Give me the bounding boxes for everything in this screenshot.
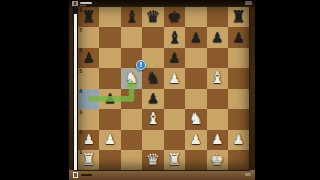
square-e7[interactable]: ♝ — [164, 27, 185, 47]
square-f3[interactable]: ♞ — [185, 109, 206, 129]
move-annotation-badge: ! — [136, 60, 146, 70]
black-pawn-d4[interactable]: ♟ — [147, 92, 159, 106]
square-h5[interactable] — [228, 68, 249, 88]
square-h8[interactable]: ♜ — [228, 7, 249, 27]
square-h7[interactable]: ♟ — [228, 27, 249, 47]
white-pawn-e5[interactable]: ♟ — [168, 71, 180, 85]
square-e1[interactable]: ♜ — [164, 150, 185, 170]
black-pawn-h7[interactable]: ♟ — [233, 30, 245, 44]
white-pawn-g2[interactable]: ♟ — [211, 132, 223, 146]
square-a6[interactable]: 6♟ — [78, 48, 99, 68]
bottom-player-clock — [245, 173, 251, 176]
evaluation-bar — [74, 8, 78, 170]
square-a2[interactable]: 2♟ — [78, 130, 99, 150]
square-h1[interactable] — [228, 150, 249, 170]
rank-label-7: 7 — [79, 28, 82, 33]
black-rook-a8[interactable]: ♜ — [82, 9, 96, 25]
square-c4[interactable] — [121, 89, 142, 109]
black-queen-d8[interactable]: ♛ — [146, 9, 160, 25]
square-g5[interactable]: ♝ — [207, 68, 228, 88]
black-pawn-f7[interactable]: ♟ — [190, 30, 202, 44]
square-e8[interactable]: ♚ — [164, 7, 185, 27]
square-b8[interactable] — [99, 7, 120, 27]
black-knight-d5[interactable]: ♞ — [146, 70, 160, 86]
square-a4[interactable]: 4 — [78, 89, 99, 109]
avatar-piece-icon — [74, 173, 77, 177]
square-b1[interactable] — [99, 150, 120, 170]
square-g6[interactable] — [207, 48, 228, 68]
square-e2[interactable] — [164, 130, 185, 150]
white-pawn-h2[interactable]: ♟ — [233, 132, 245, 146]
square-a8[interactable]: 8♜ — [78, 7, 99, 27]
square-a7[interactable]: 7 — [78, 27, 99, 47]
square-g4[interactable] — [207, 89, 228, 109]
board-top-frame — [69, 0, 255, 7]
square-g3[interactable] — [207, 109, 228, 129]
square-f6[interactable] — [185, 48, 206, 68]
chess-board-frame: 8♜♝♛♚♜7♝♟♟♟6♟♟5♞♞♟♝4♟♟3♝♞2♟♟♟♟♟1♜♛♜♚ ! — [69, 0, 255, 180]
square-e4[interactable] — [164, 89, 185, 109]
square-h6[interactable] — [228, 48, 249, 68]
square-d3[interactable]: ♝ — [142, 109, 163, 129]
white-pawn-a2[interactable]: ♟ — [83, 132, 95, 146]
square-b5[interactable] — [99, 68, 120, 88]
white-knight-f3[interactable]: ♞ — [189, 111, 203, 127]
square-e6[interactable]: ♟ — [164, 48, 185, 68]
square-f2[interactable]: ♟ — [185, 130, 206, 150]
white-rook-a1[interactable]: ♜ — [82, 152, 96, 168]
square-f8[interactable] — [185, 7, 206, 27]
square-a1[interactable]: 1♜ — [78, 150, 99, 170]
square-f1[interactable] — [185, 150, 206, 170]
black-rook-h8[interactable]: ♜ — [232, 9, 246, 25]
white-king-g1[interactable]: ♚ — [210, 152, 224, 168]
square-b7[interactable] — [99, 27, 120, 47]
square-c8[interactable]: ♝ — [121, 7, 142, 27]
white-rook-e1[interactable]: ♜ — [167, 152, 181, 168]
square-e5[interactable]: ♟ — [164, 68, 185, 88]
square-d4[interactable]: ♟ — [142, 89, 163, 109]
black-pawn-b4[interactable]: ♟ — [104, 92, 116, 106]
square-h4[interactable] — [228, 89, 249, 109]
white-knight-c5[interactable]: ♞ — [124, 70, 138, 86]
square-b4[interactable]: ♟ — [99, 89, 120, 109]
white-bishop-g5[interactable]: ♝ — [210, 70, 224, 86]
square-b2[interactable]: ♟ — [99, 130, 120, 150]
white-queen-d1[interactable]: ♛ — [146, 152, 160, 168]
avatar-piece-icon — [74, 2, 77, 6]
square-h2[interactable]: ♟ — [228, 130, 249, 150]
black-pawn-a6[interactable]: ♟ — [83, 51, 95, 65]
black-pawn-e6[interactable]: ♟ — [168, 51, 180, 65]
black-bishop-e7[interactable]: ♝ — [167, 29, 181, 45]
rank-label-4: 4 — [79, 89, 82, 94]
square-f5[interactable] — [185, 68, 206, 88]
top-player-clock — [245, 1, 252, 5]
evaluation-bar-black-part — [74, 8, 78, 14]
bottom-player-avatar[interactable] — [73, 172, 79, 178]
board-bottom-frame — [69, 170, 255, 180]
square-g8[interactable] — [207, 7, 228, 27]
square-c7[interactable] — [121, 27, 142, 47]
square-b3[interactable] — [99, 109, 120, 129]
rank-label-3: 3 — [79, 110, 82, 115]
square-f4[interactable] — [185, 89, 206, 109]
square-g7[interactable]: ♟ — [207, 27, 228, 47]
square-e3[interactable] — [164, 109, 185, 129]
square-a5[interactable]: 5 — [78, 68, 99, 88]
top-player-rating — [80, 5, 86, 6]
white-bishop-d3[interactable]: ♝ — [146, 111, 160, 127]
square-h3[interactable] — [228, 109, 249, 129]
square-c3[interactable] — [121, 109, 142, 129]
top-player-avatar[interactable] — [72, 1, 78, 7]
square-b6[interactable] — [99, 48, 120, 68]
white-pawn-f2[interactable]: ♟ — [190, 132, 202, 146]
black-bishop-c8[interactable]: ♝ — [124, 9, 138, 25]
square-d5[interactable]: ♞ — [142, 68, 163, 88]
square-a3[interactable]: 3 — [78, 109, 99, 129]
black-king-e8[interactable]: ♚ — [167, 9, 181, 25]
square-c1[interactable] — [121, 150, 142, 170]
white-pawn-b2[interactable]: ♟ — [104, 132, 116, 146]
square-d2[interactable] — [142, 130, 163, 150]
rank-label-5: 5 — [79, 69, 82, 74]
square-d1[interactable]: ♛ — [142, 150, 163, 170]
square-g1[interactable]: ♚ — [207, 150, 228, 170]
square-d8[interactable]: ♛ — [142, 7, 163, 27]
video-frame: 8♜♝♛♚♜7♝♟♟♟6♟♟5♞♞♟♝4♟♟3♝♞2♟♟♟♟♟1♜♛♜♚ ! — [0, 0, 320, 180]
square-d7[interactable] — [142, 27, 163, 47]
square-g2[interactable]: ♟ — [207, 130, 228, 150]
chess-board: 8♜♝♛♚♜7♝♟♟♟6♟♟5♞♞♟♝4♟♟3♝♞2♟♟♟♟♟1♜♛♜♚ ! — [78, 7, 249, 170]
square-f7[interactable]: ♟ — [185, 27, 206, 47]
board-grid: 8♜♝♛♚♜7♝♟♟♟6♟♟5♞♞♟♝4♟♟3♝♞2♟♟♟♟♟1♜♛♜♚ — [78, 7, 249, 170]
bottom-player-name — [81, 174, 92, 177]
square-c5[interactable]: ♞ — [121, 68, 142, 88]
square-c2[interactable] — [121, 130, 142, 150]
black-pawn-g7[interactable]: ♟ — [211, 30, 223, 44]
